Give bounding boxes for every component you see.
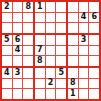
cell-r8c6[interactable]	[56, 79, 66, 89]
block-1: 1	[35, 2, 66, 33]
cell-r1c9[interactable]	[89, 2, 99, 12]
cell-r5c4[interactable]: 7	[35, 46, 45, 56]
cell-r2c3[interactable]	[23, 13, 33, 23]
block-7: 52	[35, 68, 66, 99]
cell-r5c2[interactable]: 4	[13, 46, 23, 56]
cell-r9c7[interactable]: 1	[68, 89, 78, 99]
cell-r4c6[interactable]	[56, 35, 66, 45]
cell-r9c9[interactable]	[89, 89, 99, 99]
cell-r8c2[interactable]	[13, 79, 23, 89]
cell-r3c4[interactable]	[35, 23, 45, 33]
cell-r6c8[interactable]	[79, 56, 89, 66]
cell-r3c5[interactable]	[46, 23, 56, 33]
cell-r6c7[interactable]	[68, 56, 78, 66]
cell-r2c2[interactable]	[13, 13, 23, 23]
cell-r6c9[interactable]	[89, 56, 99, 66]
cell-r8c5[interactable]: 2	[46, 79, 56, 89]
cell-r1c3[interactable]: 8	[23, 2, 33, 12]
block-0: 28	[2, 2, 33, 33]
cell-r3c1[interactable]	[2, 23, 12, 33]
cell-r9c2[interactable]	[13, 89, 23, 99]
cell-r6c5[interactable]	[46, 56, 56, 66]
block-3: 564	[2, 35, 33, 66]
block-8: 81	[68, 68, 99, 99]
block-2: 46	[68, 2, 99, 33]
cell-r2c9[interactable]: 6	[89, 13, 99, 23]
cell-r4c9[interactable]	[89, 35, 99, 45]
cell-r4c3[interactable]	[23, 35, 33, 45]
cell-r4c5[interactable]	[46, 35, 56, 45]
cell-r5c7[interactable]	[68, 46, 78, 56]
cell-r6c6[interactable]	[56, 56, 66, 66]
cell-r7c9[interactable]	[89, 68, 99, 78]
cell-r2c7[interactable]	[68, 13, 78, 23]
cell-r1c1[interactable]: 2	[2, 2, 12, 12]
cell-r1c2[interactable]	[13, 2, 23, 12]
cell-r1c6[interactable]	[56, 2, 66, 12]
cell-r4c4[interactable]	[35, 35, 45, 45]
cell-r8c3[interactable]	[23, 79, 33, 89]
cell-r4c1[interactable]: 5	[2, 35, 12, 45]
cell-r6c4[interactable]: 8	[35, 56, 45, 66]
cell-r9c6[interactable]	[56, 89, 66, 99]
cell-r8c4[interactable]	[35, 79, 45, 89]
block-4: 78	[35, 35, 66, 66]
cell-r4c8[interactable]: 3	[79, 35, 89, 45]
block-5: 3	[68, 35, 99, 66]
cell-r9c1[interactable]	[2, 89, 12, 99]
cell-r8c9[interactable]	[89, 79, 99, 89]
cell-r6c3[interactable]	[23, 56, 33, 66]
block-6: 43	[2, 68, 33, 99]
cell-r3c3[interactable]	[23, 23, 33, 33]
cell-r5c3[interactable]	[23, 46, 33, 56]
cell-r3c2[interactable]	[13, 23, 23, 33]
cell-r3c9[interactable]	[89, 23, 99, 33]
cell-r3c6[interactable]	[56, 23, 66, 33]
cell-r7c2[interactable]: 3	[13, 68, 23, 78]
cell-r5c6[interactable]	[56, 46, 66, 56]
cell-r7c3[interactable]	[23, 68, 33, 78]
cell-r3c7[interactable]	[68, 23, 78, 33]
cell-r9c4[interactable]	[35, 89, 45, 99]
cell-r7c8[interactable]	[79, 68, 89, 78]
sudoku-board: 28146564783435281	[0, 0, 101, 101]
cell-r7c4[interactable]	[35, 68, 45, 78]
cell-r1c4[interactable]: 1	[35, 2, 45, 12]
cell-r1c5[interactable]	[46, 2, 56, 12]
cell-r5c5[interactable]	[46, 46, 56, 56]
cell-r4c7[interactable]	[68, 35, 78, 45]
cell-r9c8[interactable]	[79, 89, 89, 99]
cell-r9c5[interactable]	[46, 89, 56, 99]
cell-r8c7[interactable]: 8	[68, 79, 78, 89]
cell-r7c5[interactable]	[46, 68, 56, 78]
cell-r6c2[interactable]	[13, 56, 23, 66]
cell-r7c6[interactable]: 5	[56, 68, 66, 78]
cell-r9c3[interactable]	[23, 89, 33, 99]
cell-r5c8[interactable]	[79, 46, 89, 56]
cell-r5c1[interactable]	[2, 46, 12, 56]
cell-r1c8[interactable]	[79, 2, 89, 12]
cell-r8c8[interactable]	[79, 79, 89, 89]
cell-r2c1[interactable]	[2, 13, 12, 23]
cell-r2c4[interactable]	[35, 13, 45, 23]
cell-r3c8[interactable]	[79, 23, 89, 33]
cell-r1c7[interactable]	[68, 2, 78, 12]
cell-r6c1[interactable]	[2, 56, 12, 66]
cell-r5c9[interactable]	[89, 46, 99, 56]
cell-r7c1[interactable]: 4	[2, 68, 12, 78]
cell-r2c5[interactable]	[46, 13, 56, 23]
cell-r2c8[interactable]: 4	[79, 13, 89, 23]
cell-r7c7[interactable]	[68, 68, 78, 78]
cell-r2c6[interactable]	[56, 13, 66, 23]
cell-r8c1[interactable]	[2, 79, 12, 89]
cell-r4c2[interactable]: 6	[13, 35, 23, 45]
